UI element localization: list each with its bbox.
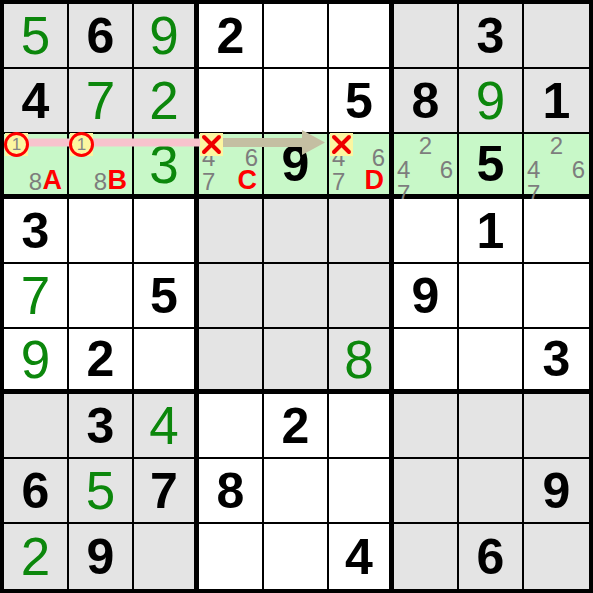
cell-value: 8	[344, 333, 373, 386]
cell-r5c4[interactable]	[199, 264, 264, 329]
cell-r9c8[interactable]: 6	[459, 524, 524, 589]
candidate-4: 4	[524, 158, 546, 182]
cell-r2c6[interactable]: 5	[329, 69, 394, 134]
cell-value: 9	[476, 74, 505, 127]
cell-r5c6[interactable]	[329, 264, 394, 329]
cell-r7c3[interactable]: 4	[134, 394, 199, 459]
cell-value: 8	[412, 76, 440, 126]
cell-r2c4[interactable]	[199, 69, 264, 134]
cell-r7c4[interactable]	[199, 394, 264, 459]
cell-r8c6[interactable]	[329, 459, 394, 524]
cell-value: 9	[412, 271, 440, 321]
candidate-2: 2	[415, 134, 436, 158]
cell-r6c9[interactable]: 3	[524, 329, 589, 394]
cell-r9c5[interactable]	[264, 524, 329, 589]
x-mark-icon	[330, 133, 353, 156]
cell-value: 3	[149, 138, 178, 191]
cell-value: 5	[477, 139, 505, 189]
cell-r7c7[interactable]	[394, 394, 459, 459]
cell-r2c7[interactable]: 8	[394, 69, 459, 134]
cell-r2c3[interactable]: 2	[134, 69, 199, 134]
candidate-grid: 2467	[394, 134, 457, 194]
candidate-7: 7	[329, 170, 349, 194]
candidate-6: 6	[567, 158, 589, 182]
cell-value: 4	[149, 399, 178, 452]
cell-r6c8[interactable]	[459, 329, 524, 394]
cell-r9c6[interactable]: 4	[329, 524, 394, 589]
cell-r4c9[interactable]	[524, 199, 589, 264]
x-mark-glyph	[201, 134, 222, 155]
x-mark-icon	[200, 133, 223, 156]
cell-r5c9[interactable]	[524, 264, 589, 329]
cell-r8c7[interactable]	[394, 459, 459, 524]
cell-value: 6	[87, 11, 115, 61]
cell-r4c2[interactable]	[69, 199, 134, 264]
annotation-label-B: B	[108, 166, 128, 196]
cell-value: 9	[87, 532, 115, 582]
cell-value: 7	[21, 269, 50, 322]
cell-value: 2	[217, 11, 245, 61]
cell-r1c6[interactable]	[329, 4, 394, 69]
cell-r4c5[interactable]	[264, 199, 329, 264]
cell-value: 3	[22, 206, 50, 256]
cell-value: 9	[543, 466, 571, 516]
cell-value: 9	[282, 139, 310, 189]
cell-r3c2[interactable]: 81B	[69, 134, 134, 199]
cell-value: 9	[149, 9, 178, 62]
cell-r5c2[interactable]	[69, 264, 134, 329]
cell-value: 5	[150, 271, 178, 321]
cell-r2c8[interactable]: 9	[459, 69, 524, 134]
cell-r7c5[interactable]: 2	[264, 394, 329, 459]
cell-r5c3[interactable]: 5	[134, 264, 199, 329]
cell-value: 1	[543, 76, 571, 126]
cell-r4c8[interactable]: 1	[459, 199, 524, 264]
cell-value: 3	[543, 334, 571, 384]
cell-value: 7	[86, 74, 115, 127]
cell-value: 6	[22, 466, 50, 516]
cell-r1c1[interactable]: 5	[4, 4, 69, 69]
candidate-grid: 2467	[524, 134, 589, 194]
cell-r8c8[interactable]	[459, 459, 524, 524]
candidate-6: 6	[436, 158, 457, 182]
cell-r7c2[interactable]: 3	[69, 394, 134, 459]
cell-value: 2	[282, 401, 310, 451]
cell-r6c4[interactable]	[199, 329, 264, 394]
cell-r8c2[interactable]: 5	[69, 459, 134, 524]
cell-r1c5[interactable]	[264, 4, 329, 69]
sudoku-board: 56923472589181A81B3467C9467D246752467317…	[0, 0, 593, 593]
cell-r8c4[interactable]: 8	[199, 459, 264, 524]
cell-value: 7	[150, 466, 178, 516]
circled-candidate-icon: 1	[4, 132, 29, 157]
cell-r3c9[interactable]: 2467	[524, 134, 589, 199]
cell-r1c7[interactable]	[394, 4, 459, 69]
cell-r9c1[interactable]: 2	[4, 524, 69, 589]
cell-r3c7[interactable]: 2467	[394, 134, 459, 199]
cell-r1c9[interactable]	[524, 4, 589, 69]
cell-r1c3[interactable]: 9	[134, 4, 199, 69]
cell-r8c5[interactable]	[264, 459, 329, 524]
cell-value: 3	[477, 11, 505, 61]
cell-r2c2[interactable]: 7	[69, 69, 134, 134]
cell-r9c3[interactable]	[134, 524, 199, 589]
candidate-7: 7	[199, 170, 220, 194]
cell-r6c3[interactable]	[134, 329, 199, 394]
cell-value: 5	[86, 464, 115, 517]
candidate-4: 4	[394, 158, 415, 182]
cell-r1c2[interactable]: 6	[69, 4, 134, 69]
cell-r5c1[interactable]: 7	[4, 264, 69, 329]
cell-value: 2	[149, 74, 178, 127]
cell-r5c8[interactable]	[459, 264, 524, 329]
cell-value: 9	[21, 333, 50, 386]
cell-value: 1	[477, 206, 505, 256]
cell-r7c9[interactable]	[524, 394, 589, 459]
cell-r3c5[interactable]: 9	[264, 134, 329, 199]
cell-r2c9[interactable]: 1	[524, 69, 589, 134]
cell-r6c1[interactable]: 9	[4, 329, 69, 394]
cell-r1c4[interactable]: 2	[199, 4, 264, 69]
cell-r9c2[interactable]: 9	[69, 524, 134, 589]
cell-r9c4[interactable]	[199, 524, 264, 589]
cell-r7c8[interactable]	[459, 394, 524, 459]
cell-value: 5	[345, 76, 373, 126]
cell-r8c9[interactable]: 9	[524, 459, 589, 524]
cell-r4c3[interactable]	[134, 199, 199, 264]
circled-candidate-icon: 1	[69, 132, 94, 157]
cell-value: 5	[21, 9, 50, 62]
cell-value: 3	[87, 401, 115, 451]
cell-r4c6[interactable]	[329, 199, 394, 264]
cell-value: 2	[21, 530, 50, 583]
annotation-label-A: A	[43, 166, 63, 196]
cell-r2c5[interactable]	[264, 69, 329, 134]
cell-r3c4[interactable]: 467C	[199, 134, 264, 199]
cell-r6c7[interactable]	[394, 329, 459, 394]
cell-r4c4[interactable]	[199, 199, 264, 264]
cell-r6c6[interactable]: 8	[329, 329, 394, 394]
cell-r9c9[interactable]	[524, 524, 589, 589]
cell-r3c1[interactable]: 81A	[4, 134, 69, 199]
cell-value: 8	[217, 466, 245, 516]
cell-r3c8[interactable]: 5	[459, 134, 524, 199]
cell-r4c7[interactable]	[394, 199, 459, 264]
cell-value: 4	[22, 76, 50, 126]
annotation-label-D: D	[365, 166, 385, 196]
annotation-label-C: C	[238, 166, 258, 196]
cell-value: 2	[87, 334, 115, 384]
cell-r3c3[interactable]: 3	[134, 134, 199, 199]
cell-r1c8[interactable]: 3	[459, 4, 524, 69]
cell-r3c6[interactable]: 467D	[329, 134, 394, 199]
cell-r4c1[interactable]: 3	[4, 199, 69, 264]
cell-r5c5[interactable]	[264, 264, 329, 329]
cell-r6c2[interactable]: 2	[69, 329, 134, 394]
cell-r6c5[interactable]	[264, 329, 329, 394]
cell-r8c1[interactable]: 6	[4, 459, 69, 524]
cell-r7c1[interactable]	[4, 394, 69, 459]
cell-r8c3[interactable]: 7	[134, 459, 199, 524]
cell-r5c7[interactable]: 9	[394, 264, 459, 329]
x-mark-glyph	[331, 134, 352, 155]
candidate-2: 2	[546, 134, 568, 158]
cell-r7c6[interactable]	[329, 394, 394, 459]
cell-r2c1[interactable]: 4	[4, 69, 69, 134]
cell-value: 6	[477, 532, 505, 582]
cell-r9c7[interactable]	[394, 524, 459, 589]
cell-value: 4	[345, 532, 373, 582]
